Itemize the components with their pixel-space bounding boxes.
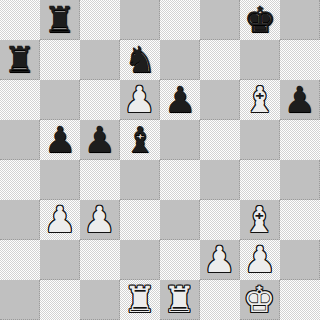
square-b3[interactable]: ♟: [40, 200, 80, 240]
square-a3[interactable]: [0, 200, 40, 240]
square-e2[interactable]: [160, 240, 200, 280]
square-d6[interactable]: ♟: [120, 80, 160, 120]
square-h1[interactable]: [280, 280, 320, 320]
square-d7[interactable]: ♞: [120, 40, 160, 80]
square-b2[interactable]: [40, 240, 80, 280]
black-pawn-piece: ♟: [283, 80, 315, 120]
black-pawn-piece: ♟: [83, 120, 115, 160]
white-pawn-piece: ♟: [83, 200, 115, 240]
square-h7[interactable]: [280, 40, 320, 80]
square-a1[interactable]: [0, 280, 40, 320]
square-b7[interactable]: [40, 40, 80, 80]
square-b4[interactable]: [40, 160, 80, 200]
square-g4[interactable]: [240, 160, 280, 200]
black-pawn-piece: ♟: [44, 120, 76, 160]
black-pawn-piece: ♟: [164, 80, 196, 120]
white-pawn-piece: ♟: [244, 240, 276, 280]
square-c8[interactable]: [80, 0, 120, 40]
square-f8[interactable]: [200, 0, 240, 40]
white-rook-piece: ♜: [124, 280, 156, 320]
square-c2[interactable]: [80, 240, 120, 280]
black-king-piece: ♚: [244, 0, 276, 40]
white-rook-piece: ♜: [163, 280, 195, 320]
square-a7[interactable]: ♜: [0, 40, 40, 80]
square-c7[interactable]: [80, 40, 120, 80]
square-d4[interactable]: [120, 160, 160, 200]
square-f2[interactable]: ♟: [200, 240, 240, 280]
square-f3[interactable]: [200, 200, 240, 240]
square-f5[interactable]: [200, 120, 240, 160]
square-g2[interactable]: ♟: [240, 240, 280, 280]
square-e1[interactable]: ♜: [160, 280, 200, 320]
square-d2[interactable]: [120, 240, 160, 280]
square-b5[interactable]: ♟: [40, 120, 80, 160]
square-d8[interactable]: [120, 0, 160, 40]
square-g8[interactable]: ♚: [240, 0, 280, 40]
white-bishop-piece: ♝: [243, 200, 275, 240]
white-bishop-piece: ♝: [244, 80, 276, 120]
square-h4[interactable]: [280, 160, 320, 200]
black-bishop-piece: ♝: [124, 120, 156, 160]
square-h8[interactable]: [280, 0, 320, 40]
square-f4[interactable]: [200, 160, 240, 200]
square-f6[interactable]: [200, 80, 240, 120]
square-e7[interactable]: [160, 40, 200, 80]
square-e3[interactable]: [160, 200, 200, 240]
square-f7[interactable]: [200, 40, 240, 80]
square-a5[interactable]: [0, 120, 40, 160]
square-c1[interactable]: [80, 280, 120, 320]
square-c3[interactable]: ♟: [80, 200, 120, 240]
square-d1[interactable]: ♜: [120, 280, 160, 320]
square-f1[interactable]: [200, 280, 240, 320]
square-e5[interactable]: [160, 120, 200, 160]
square-g1[interactable]: ♚: [240, 280, 280, 320]
square-h6[interactable]: ♟: [280, 80, 320, 120]
square-h5[interactable]: [280, 120, 320, 160]
square-d3[interactable]: [120, 200, 160, 240]
white-pawn-piece: ♟: [203, 240, 235, 280]
square-c4[interactable]: [80, 160, 120, 200]
square-g7[interactable]: [240, 40, 280, 80]
chess-board-window: ♜♚♜♞♟♟♝♟♟♟♝♟♟♝♟♟♜♜♚: [0, 0, 320, 320]
black-rook-piece: ♜: [3, 40, 35, 80]
square-g6[interactable]: ♝: [240, 80, 280, 120]
white-pawn-piece: ♟: [123, 80, 155, 120]
chess-board: ♜♚♜♞♟♟♝♟♟♟♝♟♟♝♟♟♜♜♚: [0, 0, 320, 320]
square-a8[interactable]: [0, 0, 40, 40]
square-e4[interactable]: [160, 160, 200, 200]
square-a4[interactable]: [0, 160, 40, 200]
square-b1[interactable]: [40, 280, 80, 320]
square-a6[interactable]: [0, 80, 40, 120]
square-b8[interactable]: ♜: [40, 0, 80, 40]
black-rook-piece: ♜: [43, 0, 75, 40]
black-knight-piece: ♞: [124, 40, 156, 80]
white-king-piece: ♚: [243, 280, 275, 320]
square-e6[interactable]: ♟: [160, 80, 200, 120]
square-d5[interactable]: ♝: [120, 120, 160, 160]
square-e8[interactable]: [160, 0, 200, 40]
square-b6[interactable]: [40, 80, 80, 120]
square-h2[interactable]: [280, 240, 320, 280]
square-g3[interactable]: ♝: [240, 200, 280, 240]
square-g5[interactable]: [240, 120, 280, 160]
square-c5[interactable]: ♟: [80, 120, 120, 160]
square-h3[interactable]: [280, 200, 320, 240]
white-pawn-piece: ♟: [44, 200, 76, 240]
square-a2[interactable]: [0, 240, 40, 280]
square-c6[interactable]: [80, 80, 120, 120]
